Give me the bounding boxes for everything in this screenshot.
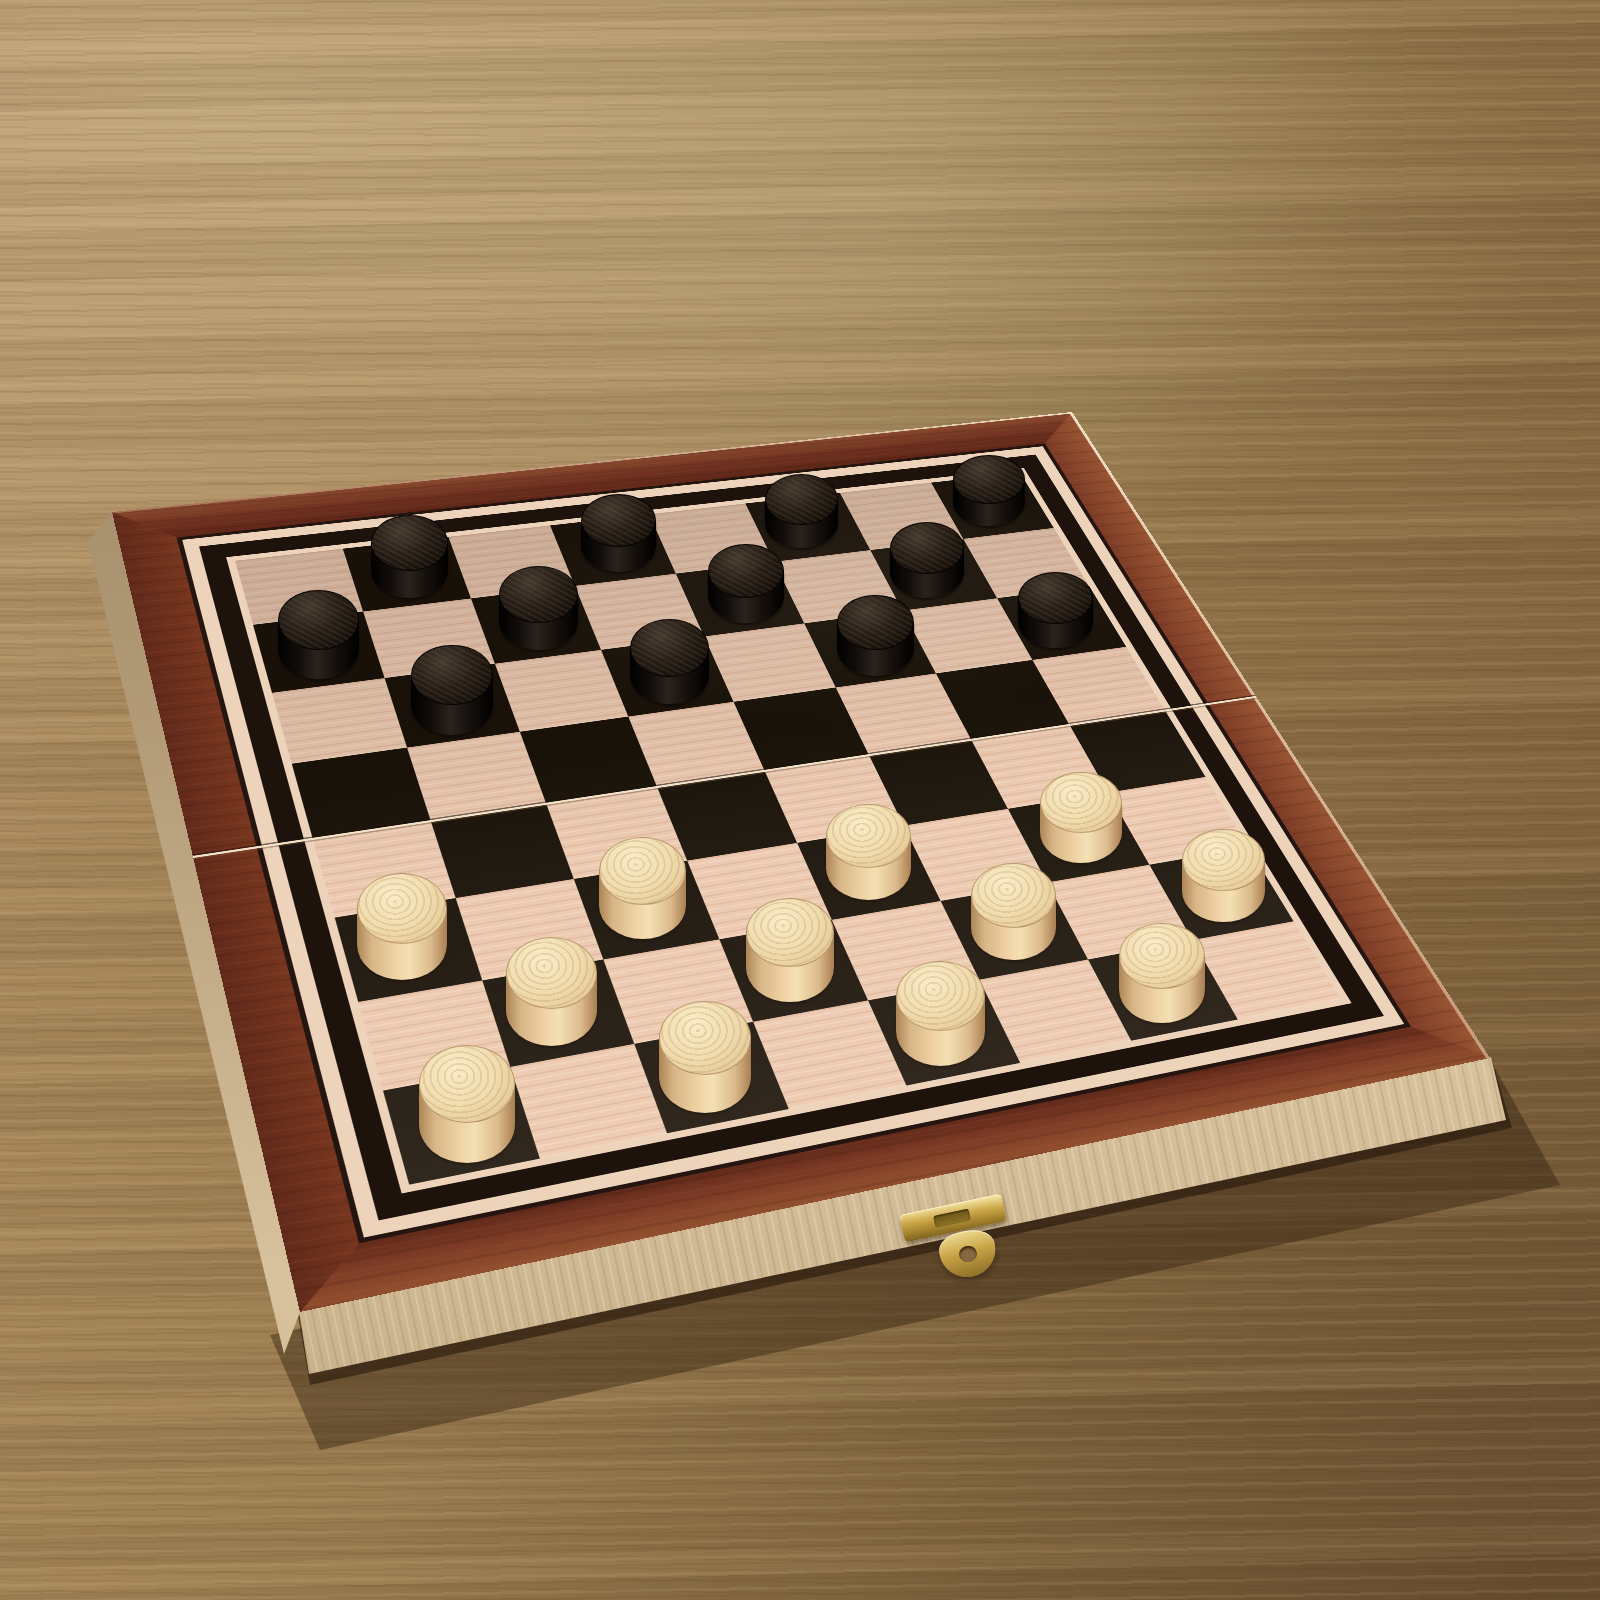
pieces-layer xyxy=(0,0,1600,1600)
black-checker-d6[interactable] xyxy=(630,619,709,705)
checker-top-face xyxy=(890,522,964,574)
checker-top-face xyxy=(411,645,493,706)
checker-top-face xyxy=(953,455,1025,504)
checker-top-face xyxy=(499,566,578,623)
black-checker-b6[interactable] xyxy=(411,645,493,736)
black-checker-c7[interactable] xyxy=(499,566,578,650)
checker-top-face xyxy=(419,1045,515,1123)
white-checker-b2[interactable] xyxy=(506,937,597,1046)
checker-top-face xyxy=(708,544,784,598)
white-checker-a1[interactable] xyxy=(419,1045,515,1163)
checker-top-face xyxy=(278,590,359,650)
checker-top-face xyxy=(1182,829,1265,891)
checker-top-face xyxy=(659,1001,751,1075)
checker-top-face xyxy=(896,961,985,1031)
white-checker-c1[interactable] xyxy=(659,1001,751,1113)
black-checker-f8[interactable] xyxy=(765,474,839,548)
checker-top-face xyxy=(630,619,709,677)
black-checker-h8[interactable] xyxy=(953,455,1025,525)
scene xyxy=(0,0,1600,1600)
black-checker-h6[interactable] xyxy=(1018,572,1093,649)
black-checker-e7[interactable] xyxy=(708,544,784,624)
black-checker-f6[interactable] xyxy=(837,595,914,676)
checker-top-face xyxy=(765,474,839,525)
checker-top-face xyxy=(1119,923,1205,990)
white-checker-f2[interactable] xyxy=(971,863,1056,961)
white-checker-e3[interactable] xyxy=(826,804,911,900)
black-checker-b8[interactable] xyxy=(371,515,449,598)
black-checker-a7[interactable] xyxy=(278,590,359,679)
checker-top-face xyxy=(371,515,449,571)
checker-top-face xyxy=(746,898,834,967)
checker-top-face xyxy=(837,595,914,650)
checker-top-face xyxy=(826,804,911,868)
checker-top-face xyxy=(599,837,686,905)
white-checker-g1[interactable] xyxy=(1119,923,1205,1023)
white-checker-d2[interactable] xyxy=(746,898,834,1002)
black-checker-d8[interactable] xyxy=(581,494,657,572)
white-checker-h2[interactable] xyxy=(1182,829,1265,922)
black-checker-g7[interactable] xyxy=(890,522,964,598)
checker-top-face xyxy=(971,863,1056,928)
checker-top-face xyxy=(506,937,597,1009)
white-checker-a3[interactable] xyxy=(357,873,447,980)
checker-top-face xyxy=(1018,572,1093,625)
checker-top-face xyxy=(1040,772,1122,833)
checker-top-face xyxy=(357,873,447,944)
white-checker-c3[interactable] xyxy=(599,837,686,938)
white-checker-e1[interactable] xyxy=(896,961,985,1067)
white-checker-g3[interactable] xyxy=(1040,772,1122,863)
